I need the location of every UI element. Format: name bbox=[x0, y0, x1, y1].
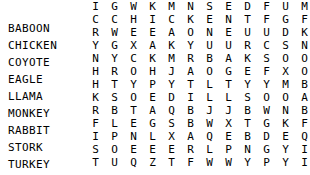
word-list-item: RABBIT bbox=[8, 122, 57, 139]
grid-cell: K bbox=[143, 52, 162, 65]
grid-cell: U bbox=[257, 26, 276, 39]
grid-cell: H bbox=[86, 78, 105, 91]
grid-cell: Y bbox=[276, 156, 295, 169]
grid-cell: X bbox=[276, 65, 295, 78]
grid-cell: E bbox=[276, 130, 295, 143]
grid-cell: X bbox=[124, 39, 143, 52]
grid-cell: E bbox=[124, 117, 143, 130]
grid-cell: I bbox=[86, 130, 105, 143]
grid-cell: Y bbox=[162, 78, 181, 91]
grid-cell: Y bbox=[238, 78, 257, 91]
grid-cell: B bbox=[238, 130, 257, 143]
word-list-item: CHICKEN bbox=[8, 37, 57, 54]
grid-cell: W bbox=[200, 117, 219, 130]
grid-cell: U bbox=[105, 156, 124, 169]
grid-cell: Q bbox=[200, 130, 219, 143]
grid-cell: L bbox=[200, 91, 219, 104]
grid-cell: G bbox=[105, 0, 124, 13]
grid-cell: L bbox=[200, 78, 219, 91]
grid-cell: N bbox=[181, 0, 200, 13]
word-search-puzzle: BABOONCHICKENCOYOTEEAGLELLAMAMONKEYRABBI… bbox=[0, 0, 310, 175]
grid-cell: R bbox=[181, 52, 200, 65]
grid-cell: I bbox=[86, 0, 105, 13]
grid-cell: K bbox=[162, 39, 181, 52]
grid-cell: L bbox=[105, 117, 124, 130]
grid-cell: A bbox=[143, 39, 162, 52]
grid-cell: N bbox=[219, 13, 238, 26]
grid-cell: Q bbox=[162, 104, 181, 117]
grid-cell: G bbox=[143, 117, 162, 130]
grid-cell: K bbox=[181, 13, 200, 26]
grid-cell: T bbox=[86, 156, 105, 169]
grid-cell: W bbox=[124, 0, 143, 13]
grid-cell: P bbox=[219, 143, 238, 156]
grid-cell: W bbox=[257, 104, 276, 117]
grid-cell: O bbox=[181, 26, 200, 39]
letter-grid: IGWKMNSEDFUMCCHICKENTFGFRWEEAONEUUDKYGXA… bbox=[86, 0, 310, 169]
grid-cell: B bbox=[295, 104, 310, 117]
grid-cell: O bbox=[295, 52, 310, 65]
grid-cell: I bbox=[143, 13, 162, 26]
grid-cell: O bbox=[276, 52, 295, 65]
grid-cell: T bbox=[124, 104, 143, 117]
grid-cell: F bbox=[295, 13, 310, 26]
word-list-item: BABOON bbox=[8, 20, 57, 37]
grid-cell: I bbox=[295, 143, 310, 156]
grid-cell: F bbox=[257, 0, 276, 13]
grid-cell: J bbox=[219, 104, 238, 117]
grid-cell: K bbox=[238, 52, 257, 65]
grid-cell: Y bbox=[86, 39, 105, 52]
grid-cell: N bbox=[295, 39, 310, 52]
grid-cell: Y bbox=[238, 156, 257, 169]
word-list-item: TURKEY bbox=[8, 156, 57, 173]
grid-cell: S bbox=[86, 143, 105, 156]
grid-cell: N bbox=[276, 104, 295, 117]
grid-cell: J bbox=[162, 65, 181, 78]
grid-cell: B bbox=[181, 117, 200, 130]
grid-cell: S bbox=[162, 117, 181, 130]
grid-cell: N bbox=[200, 26, 219, 39]
grid-cell: F bbox=[181, 156, 200, 169]
grid-cell: C bbox=[86, 13, 105, 26]
grid-cell: S bbox=[257, 52, 276, 65]
grid-cell: M bbox=[162, 52, 181, 65]
grid-cell: O bbox=[105, 143, 124, 156]
grid-cell: C bbox=[162, 13, 181, 26]
grid-cell: G bbox=[257, 117, 276, 130]
grid-cell: Q bbox=[295, 130, 310, 143]
grid-cell: R bbox=[86, 104, 105, 117]
grid-cell: U bbox=[200, 39, 219, 52]
grid-cell: I bbox=[295, 156, 310, 169]
grid-cell: A bbox=[219, 52, 238, 65]
grid-cell: W bbox=[200, 156, 219, 169]
grid-cell: E bbox=[200, 13, 219, 26]
grid-cell: E bbox=[219, 26, 238, 39]
word-list-item: MONKEY bbox=[8, 105, 57, 122]
grid-cell: U bbox=[238, 26, 257, 39]
grid-cell: B bbox=[238, 104, 257, 117]
grid-cell: D bbox=[162, 91, 181, 104]
grid-cell: B bbox=[295, 78, 310, 91]
grid-cell: M bbox=[295, 0, 310, 13]
word-list-item: STORK bbox=[8, 139, 57, 156]
grid-cell: L bbox=[219, 91, 238, 104]
grid-cell: K bbox=[86, 91, 105, 104]
grid-cell: F bbox=[295, 117, 310, 130]
grid-cell: R bbox=[86, 26, 105, 39]
grid-cell: M bbox=[162, 0, 181, 13]
grid-cell: P bbox=[105, 130, 124, 143]
grid-cell: B bbox=[105, 104, 124, 117]
grid-cell: P bbox=[257, 156, 276, 169]
grid-cell: U bbox=[219, 39, 238, 52]
grid-cell: E bbox=[219, 0, 238, 13]
grid-cell: R bbox=[238, 39, 257, 52]
grid-cell: E bbox=[238, 65, 257, 78]
grid-cell: N bbox=[124, 130, 143, 143]
grid-cell: C bbox=[124, 52, 143, 65]
grid-cell: G bbox=[276, 13, 295, 26]
grid-cell: E bbox=[162, 143, 181, 156]
grid-cell: D bbox=[257, 130, 276, 143]
grid-cell: O bbox=[257, 91, 276, 104]
grid-cell: K bbox=[276, 117, 295, 130]
grid-cell: S bbox=[200, 0, 219, 13]
grid-cell: O bbox=[200, 65, 219, 78]
grid-cell: A bbox=[181, 130, 200, 143]
grid-cell: H bbox=[143, 65, 162, 78]
grid-cell: T bbox=[105, 78, 124, 91]
grid-cell: M bbox=[276, 78, 295, 91]
grid-cell: H bbox=[124, 13, 143, 26]
grid-cell: Y bbox=[105, 52, 124, 65]
grid-cell: F bbox=[86, 117, 105, 130]
grid-cell: E bbox=[124, 26, 143, 39]
grid-cell: S bbox=[238, 91, 257, 104]
word-list-item: LLAMA bbox=[8, 88, 57, 105]
word-list-item: COYOTE bbox=[8, 54, 57, 71]
grid-cell: G bbox=[105, 39, 124, 52]
grid-cell: H bbox=[86, 65, 105, 78]
grid-cell: F bbox=[257, 13, 276, 26]
grid-cell: A bbox=[162, 26, 181, 39]
grid-cell: I bbox=[181, 91, 200, 104]
grid-cell: E bbox=[143, 91, 162, 104]
grid-cell: B bbox=[200, 52, 219, 65]
grid-cell: G bbox=[219, 65, 238, 78]
grid-cell: K bbox=[143, 0, 162, 13]
grid-cell: A bbox=[295, 91, 310, 104]
grid-cell: R bbox=[181, 143, 200, 156]
grid-cell: L bbox=[200, 143, 219, 156]
grid-cell: S bbox=[105, 91, 124, 104]
grid-cell: L bbox=[143, 130, 162, 143]
grid-cell: D bbox=[276, 26, 295, 39]
grid-cell: O bbox=[124, 91, 143, 104]
grid-cell: N bbox=[238, 143, 257, 156]
grid-cell: Z bbox=[143, 156, 162, 169]
grid-cell: J bbox=[200, 104, 219, 117]
grid-cell: R bbox=[105, 65, 124, 78]
grid-cell: T bbox=[219, 78, 238, 91]
grid-cell: G bbox=[257, 143, 276, 156]
grid-cell: D bbox=[238, 0, 257, 13]
grid-cell: O bbox=[124, 65, 143, 78]
grid-cell: W bbox=[105, 26, 124, 39]
grid-cell: T bbox=[238, 13, 257, 26]
word-list: BABOONCHICKENCOYOTEEAGLELLAMAMONKEYRABBI… bbox=[8, 20, 57, 173]
grid-cell: C bbox=[257, 39, 276, 52]
grid-cell: P bbox=[143, 78, 162, 91]
grid-cell: B bbox=[181, 104, 200, 117]
word-list-item: EAGLE bbox=[8, 71, 57, 88]
grid-cell: T bbox=[238, 117, 257, 130]
grid-cell: X bbox=[162, 130, 181, 143]
grid-cell: S bbox=[276, 39, 295, 52]
grid-cell: U bbox=[276, 0, 295, 13]
grid-cell: Y bbox=[276, 143, 295, 156]
grid-cell: A bbox=[181, 65, 200, 78]
grid-cell: C bbox=[105, 13, 124, 26]
grid-cell: N bbox=[86, 52, 105, 65]
grid-cell: A bbox=[143, 104, 162, 117]
grid-cell: O bbox=[295, 65, 310, 78]
grid-cell: K bbox=[295, 26, 310, 39]
grid-cell: Y bbox=[124, 78, 143, 91]
grid-cell: F bbox=[257, 65, 276, 78]
grid-cell: E bbox=[219, 130, 238, 143]
grid-cell: Y bbox=[257, 78, 276, 91]
grid-cell: E bbox=[143, 143, 162, 156]
grid-cell: T bbox=[162, 156, 181, 169]
grid-cell: E bbox=[143, 26, 162, 39]
grid-cell: Q bbox=[124, 156, 143, 169]
grid-cell: X bbox=[219, 117, 238, 130]
grid-cell: W bbox=[219, 156, 238, 169]
grid-cell: T bbox=[181, 78, 200, 91]
grid-cell: E bbox=[124, 143, 143, 156]
grid-cell: Y bbox=[181, 39, 200, 52]
grid-cell: O bbox=[276, 91, 295, 104]
